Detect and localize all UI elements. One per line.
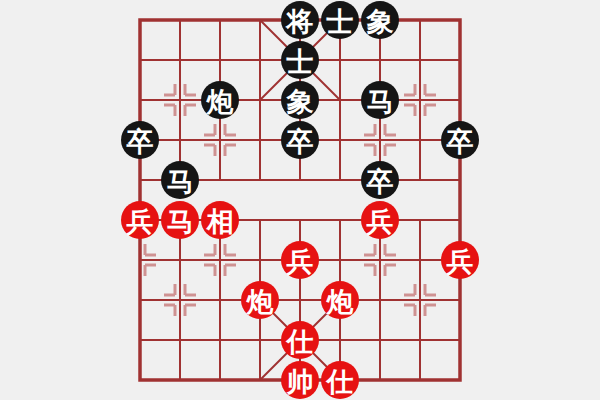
piece-black-elephant[interactable]: 象 bbox=[281, 81, 319, 119]
piece-black-horse[interactable]: 马 bbox=[361, 81, 399, 119]
piece-glyph: 将 bbox=[287, 8, 314, 35]
xiangqi-app-screen: 将士象士炮象马卒卒卒马卒兵马相兵兵兵炮炮仕帅仕 bbox=[0, 0, 600, 400]
piece-glyph: 仕 bbox=[327, 368, 354, 395]
piece-glyph: 士 bbox=[327, 8, 354, 35]
piece-glyph: 仕 bbox=[287, 328, 314, 355]
piece-black-horse[interactable]: 马 bbox=[161, 161, 199, 199]
piece-glyph: 兵 bbox=[447, 248, 474, 275]
piece-black-advisor[interactable]: 士 bbox=[281, 41, 319, 79]
piece-glyph: 帅 bbox=[287, 368, 314, 395]
piece-black-soldier[interactable]: 卒 bbox=[441, 121, 479, 159]
piece-glyph: 兵 bbox=[287, 248, 314, 275]
piece-glyph: 炮 bbox=[207, 88, 234, 115]
piece-red-elephant[interactable]: 相 bbox=[201, 201, 239, 239]
piece-red-soldier[interactable]: 兵 bbox=[441, 241, 479, 279]
piece-glyph: 卒 bbox=[127, 128, 154, 155]
piece-red-horse[interactable]: 马 bbox=[161, 201, 199, 239]
piece-black-cannon[interactable]: 炮 bbox=[201, 81, 239, 119]
piece-black-general[interactable]: 将 bbox=[281, 1, 319, 39]
piece-black-elephant[interactable]: 象 bbox=[361, 1, 399, 39]
piece-red-soldier[interactable]: 兵 bbox=[281, 241, 319, 279]
piece-glyph: 马 bbox=[167, 168, 194, 195]
piece-glyph: 炮 bbox=[247, 288, 274, 315]
piece-glyph: 相 bbox=[207, 208, 234, 235]
piece-glyph: 炮 bbox=[327, 288, 354, 315]
piece-glyph: 象 bbox=[287, 88, 314, 115]
piece-glyph: 卒 bbox=[367, 168, 394, 195]
piece-red-soldier[interactable]: 兵 bbox=[121, 201, 159, 239]
piece-glyph: 象 bbox=[367, 8, 394, 35]
piece-black-advisor[interactable]: 士 bbox=[321, 1, 359, 39]
piece-red-advisor[interactable]: 仕 bbox=[281, 321, 319, 359]
piece-glyph: 士 bbox=[287, 48, 314, 75]
piece-red-soldier[interactable]: 兵 bbox=[361, 201, 399, 239]
piece-red-cannon[interactable]: 炮 bbox=[321, 281, 359, 319]
piece-black-soldier[interactable]: 卒 bbox=[121, 121, 159, 159]
xiangqi-board[interactable]: 将士象士炮象马卒卒卒马卒兵马相兵兵兵炮炮仕帅仕 bbox=[120, 0, 480, 400]
piece-glyph: 马 bbox=[367, 88, 394, 115]
piece-glyph: 兵 bbox=[127, 208, 154, 235]
piece-black-soldier[interactable]: 卒 bbox=[361, 161, 399, 199]
piece-glyph: 马 bbox=[167, 208, 194, 235]
piece-red-general[interactable]: 帅 bbox=[281, 361, 319, 399]
piece-black-soldier[interactable]: 卒 bbox=[281, 121, 319, 159]
piece-glyph: 卒 bbox=[287, 128, 314, 155]
piece-glyph: 卒 bbox=[447, 128, 474, 155]
piece-glyph: 兵 bbox=[367, 208, 394, 235]
piece-red-advisor[interactable]: 仕 bbox=[321, 361, 359, 399]
piece-red-cannon[interactable]: 炮 bbox=[241, 281, 279, 319]
